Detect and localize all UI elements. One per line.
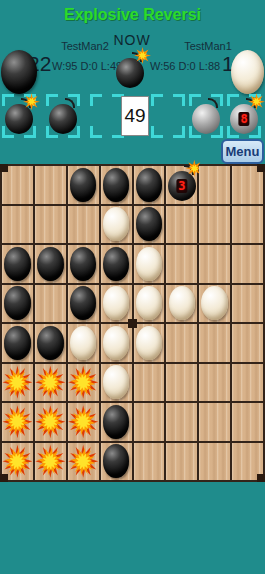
- bomb-icon: [5, 102, 33, 134]
- board-center-marker: [128, 319, 137, 328]
- white-bomb-slot-2[interactable]: [189, 94, 223, 138]
- black-disc: [103, 168, 130, 202]
- black-disc: [4, 247, 31, 281]
- board-cell[interactable]: [35, 443, 66, 481]
- board-cell[interactable]: [68, 324, 99, 362]
- board-cell[interactable]: [134, 206, 165, 244]
- black-disc: [103, 247, 130, 281]
- board-cell[interactable]: [199, 166, 230, 204]
- board-cell[interactable]: [232, 206, 263, 244]
- explosion-icon: [68, 366, 98, 399]
- explosion-icon: [35, 366, 65, 399]
- board-cell[interactable]: [101, 285, 132, 323]
- white-disc: [103, 207, 130, 241]
- board-cell[interactable]: [232, 403, 263, 441]
- black-player-stats: W:95 D:0 L:49: [52, 60, 122, 72]
- board-cell[interactable]: [2, 324, 33, 362]
- board-cell[interactable]: [35, 285, 66, 323]
- board-cell[interactable]: [101, 324, 132, 362]
- board-cell[interactable]: [101, 364, 132, 402]
- white-disc: [136, 247, 163, 281]
- board-cell[interactable]: [166, 403, 197, 441]
- board-cell[interactable]: [199, 245, 230, 283]
- board-cell[interactable]: [166, 206, 197, 244]
- board-cell[interactable]: [35, 245, 66, 283]
- white-bomb-slot-1[interactable]: [151, 94, 185, 138]
- board-cell[interactable]: [35, 206, 66, 244]
- black-bomb-slot-3[interactable]: [90, 94, 124, 138]
- spark-icon: [23, 93, 40, 110]
- bomb-icon: [49, 102, 77, 134]
- board-cell[interactable]: [232, 364, 263, 402]
- spark-icon: [248, 93, 265, 110]
- board-cell[interactable]: [232, 285, 263, 323]
- board-cell[interactable]: [134, 403, 165, 441]
- board-cell[interactable]: [101, 403, 132, 441]
- explosion-icon: [35, 405, 65, 438]
- board-cell[interactable]: [199, 403, 230, 441]
- turn-bomb-icon: [116, 56, 144, 88]
- board-cell[interactable]: [166, 245, 197, 283]
- board-cell[interactable]: [199, 206, 230, 244]
- explosion-icon: [2, 366, 32, 399]
- black-disc: [4, 326, 31, 360]
- white-player-name: TestMan1: [168, 40, 248, 52]
- white-bomb-slot-3[interactable]: 8: [227, 94, 261, 138]
- board-cell[interactable]: [134, 166, 165, 204]
- white-disc: [231, 50, 264, 94]
- white-disc: [103, 286, 130, 320]
- board-cell[interactable]: [68, 364, 99, 402]
- bomb-icon: [192, 102, 220, 134]
- game-title: Explosive Reversi: [0, 6, 265, 24]
- bomb-icon: [116, 56, 144, 88]
- board-cell[interactable]: [134, 443, 165, 481]
- move-counter: 49: [121, 96, 149, 136]
- board-cell[interactable]: [101, 443, 132, 481]
- bomb-icon: 3: [168, 169, 196, 201]
- black-disc: [37, 247, 64, 281]
- turn-indicator-label: NOW: [104, 32, 160, 48]
- board-cell[interactable]: [232, 245, 263, 283]
- board-cell[interactable]: [68, 166, 99, 204]
- board-cell[interactable]: 3: [166, 166, 197, 204]
- black-disc: [70, 247, 97, 281]
- board-corner-marker: [257, 474, 265, 482]
- board-cell[interactable]: [68, 403, 99, 441]
- black-disc: [136, 168, 163, 202]
- black-disc: [70, 286, 97, 320]
- board-cell[interactable]: [199, 443, 230, 481]
- black-bomb-slot-2[interactable]: [46, 94, 80, 138]
- board-corner-marker: [0, 474, 8, 482]
- board-cell[interactable]: [2, 206, 33, 244]
- white-disc: [169, 286, 196, 320]
- white-disc: [136, 326, 163, 360]
- board-cell[interactable]: [35, 364, 66, 402]
- board-cell[interactable]: [166, 285, 197, 323]
- white-disc: [103, 326, 130, 360]
- black-bomb-slot-1[interactable]: [2, 94, 36, 138]
- explosion-icon: [2, 445, 32, 478]
- black-disc: [70, 168, 97, 202]
- board-cell[interactable]: [68, 285, 99, 323]
- board-cell[interactable]: [2, 285, 33, 323]
- board-cell[interactable]: [199, 285, 230, 323]
- board-cell[interactable]: [2, 245, 33, 283]
- black-disc: [103, 444, 130, 478]
- bomb-timer-digit: 3: [176, 179, 187, 193]
- board-cell[interactable]: [134, 324, 165, 362]
- board-cell[interactable]: [232, 324, 263, 362]
- board-cell[interactable]: [134, 285, 165, 323]
- board-cell[interactable]: [2, 364, 33, 402]
- board-cell[interactable]: [101, 206, 132, 244]
- board-cell[interactable]: [68, 245, 99, 283]
- explosion-icon: [68, 405, 98, 438]
- board-cell[interactable]: [199, 364, 230, 402]
- board-corner-marker: [257, 164, 265, 172]
- board-cell[interactable]: [166, 324, 197, 362]
- black-disc: [103, 405, 130, 439]
- board-cell[interactable]: [35, 324, 66, 362]
- bomb-icon: 8: [230, 102, 258, 134]
- explosion-icon: [2, 405, 32, 438]
- white-disc: [70, 326, 97, 360]
- board-cell[interactable]: [166, 443, 197, 481]
- white-disc: [136, 286, 163, 320]
- app-window: Explosive Reversi TestMan2 TestMan1 W:95…: [0, 0, 265, 574]
- board-cell[interactable]: [101, 166, 132, 204]
- board-cell[interactable]: [101, 245, 132, 283]
- explosion-icon: [68, 445, 98, 478]
- board-cell[interactable]: [35, 403, 66, 441]
- white-disc: [201, 286, 228, 320]
- board-cell[interactable]: [166, 364, 197, 402]
- black-disc: [4, 286, 31, 320]
- board-cell[interactable]: [68, 443, 99, 481]
- board-cell[interactable]: [35, 166, 66, 204]
- board-cell[interactable]: [134, 245, 165, 283]
- board-corner-marker: [0, 164, 8, 172]
- board-cell[interactable]: [68, 206, 99, 244]
- board-cell[interactable]: [134, 364, 165, 402]
- white-player-stats: W:56 D:0 L:88: [150, 60, 220, 72]
- white-disc: [103, 365, 130, 399]
- black-disc: [37, 326, 64, 360]
- menu-button[interactable]: Menu: [221, 139, 264, 164]
- spark-icon: [134, 47, 151, 64]
- board-cell[interactable]: [2, 403, 33, 441]
- black-disc: [136, 207, 163, 241]
- bomb-timer-digit: 8: [238, 112, 249, 126]
- explosion-icon: [35, 445, 65, 478]
- black-disc: [1, 50, 37, 94]
- board-cell[interactable]: [199, 324, 230, 362]
